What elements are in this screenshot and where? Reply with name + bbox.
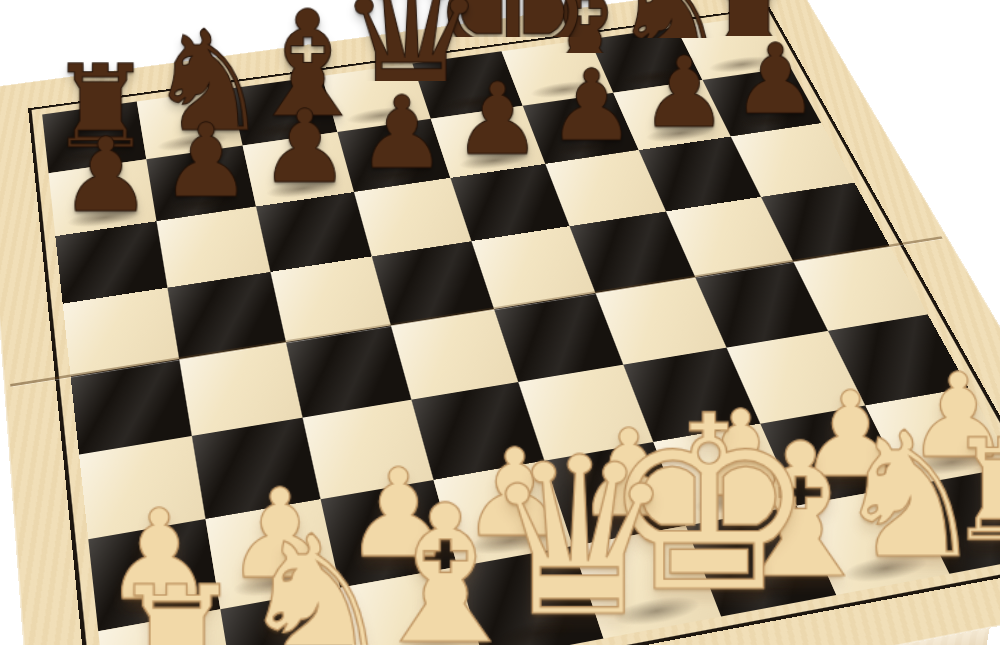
square-a7[interactable]: ♟ [49, 159, 157, 236]
square-c7[interactable]: ♟ [243, 132, 354, 206]
square-a1[interactable]: ♜ [98, 609, 236, 645]
checker-grid: ♜♞♝♛♚♝♞♜♟♟♟♟♟♟♟♟♟♟♟♟♟♟♟♟♜♞♝♛♚♝♞♜ [42, 15, 1000, 645]
piece-black-pawn[interactable]: ♟ [728, 31, 823, 128]
square-b7[interactable]: ♟ [146, 145, 256, 221]
square-c6[interactable] [256, 192, 372, 272]
piece-black-pawn[interactable]: ♟ [353, 83, 451, 183]
piece-black-pawn[interactable]: ♟ [56, 124, 156, 227]
piece-white-rook[interactable]: ♜ [109, 566, 236, 645]
piece-black-pawn[interactable]: ♟ [449, 69, 546, 169]
piece-black-pawn[interactable]: ♟ [636, 43, 732, 141]
piece-black-pawn[interactable]: ♟ [156, 110, 256, 212]
piece-black-pawn[interactable]: ♟ [255, 96, 354, 197]
piece-black-pawn[interactable]: ♟ [543, 56, 640, 155]
board-frame: ♜♞♝♛♚♝♞♜♟♟♟♟♟♟♟♟♟♟♟♟♟♟♟♟♜♞♝♛♚♝♞♜ [28, 6, 1000, 645]
square-d7[interactable]: ♟ [337, 118, 450, 191]
chess-set-photo: ♜♞♝♛♚♝♞♜♟♟♟♟♟♟♟♟♟♟♟♟♟♟♟♟♜♞♝♛♚♝♞♜ [0, 0, 1000, 645]
board-top: ♜♞♝♛♚♝♞♜♟♟♟♟♟♟♟♟♟♟♟♟♟♟♟♟♜♞♝♛♚♝♞♜ [0, 0, 1000, 645]
chess-box: ♜♞♝♛♚♝♞♜♟♟♟♟♟♟♟♟♟♟♟♟♟♟♟♟♜♞♝♛♚♝♞♜ [0, 0, 1000, 645]
piece-white-knight[interactable]: ♞ [236, 511, 362, 645]
